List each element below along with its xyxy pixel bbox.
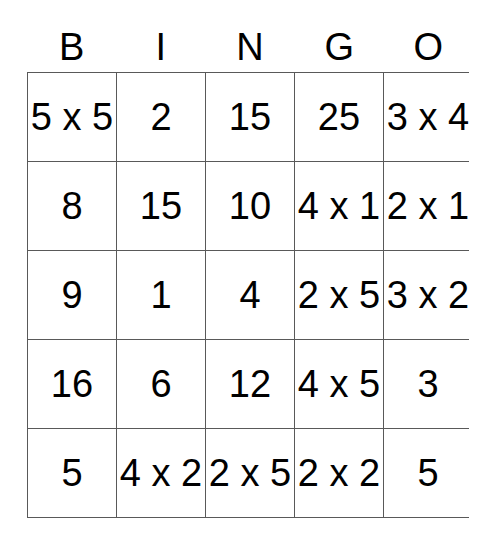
bingo-cell-r3c3[interactable]: 4 [206,251,294,339]
header-letter-o: O [384,28,473,72]
bingo-cell-r3c5[interactable]: 3 x 2 [384,251,472,339]
bingo-header: B I N G O [27,0,473,72]
bingo-cell-r1c2[interactable]: 2 [117,73,205,161]
header-letter-g: G [295,28,384,72]
bingo-cell-r5c5[interactable]: 5 [384,429,472,517]
bingo-cell-r1c3[interactable]: 15 [206,73,294,161]
bingo-cell-r2c2[interactable]: 15 [117,162,205,250]
bingo-card: B I N G O 5 x 5 2 15 25 3 x 4 8 15 10 4 … [27,0,473,518]
bingo-cell-r2c5[interactable]: 2 x 1 [384,162,472,250]
header-letter-n: N [205,28,294,72]
bingo-cell-r2c1[interactable]: 8 [28,162,116,250]
bingo-cell-r4c4[interactable]: 4 x 5 [295,340,383,428]
header-letter-i: I [116,28,205,72]
bingo-cell-r2c3[interactable]: 10 [206,162,294,250]
bingo-cell-r5c4[interactable]: 2 x 2 [295,429,383,517]
bingo-cell-r3c1[interactable]: 9 [28,251,116,339]
bingo-cell-r3c2[interactable]: 1 [117,251,205,339]
bingo-cell-r4c2[interactable]: 6 [117,340,205,428]
bingo-cell-r4c3[interactable]: 12 [206,340,294,428]
bingo-cell-r1c1[interactable]: 5 x 5 [28,73,116,161]
bingo-cell-r5c1[interactable]: 5 [28,429,116,517]
header-letter-b: B [27,28,116,72]
bingo-cell-r1c4[interactable]: 25 [295,73,383,161]
bingo-cell-r4c1[interactable]: 16 [28,340,116,428]
bingo-cell-r4c5[interactable]: 3 [384,340,472,428]
bingo-cell-r2c4[interactable]: 4 x 1 [295,162,383,250]
bingo-cell-r3c4[interactable]: 2 x 5 [295,251,383,339]
bingo-cell-r5c3[interactable]: 2 x 5 [206,429,294,517]
bingo-grid: 5 x 5 2 15 25 3 x 4 8 15 10 4 x 1 2 x 1 … [27,72,469,518]
bingo-cell-r5c2[interactable]: 4 x 2 [117,429,205,517]
bingo-cell-r1c5[interactable]: 3 x 4 [384,73,472,161]
